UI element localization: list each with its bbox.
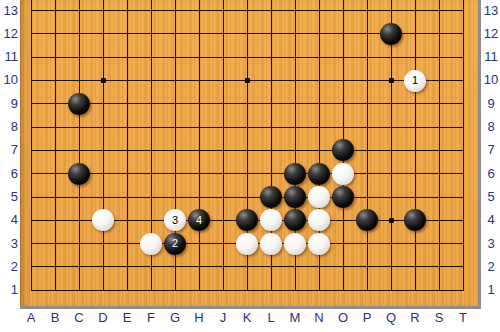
intersection-N10[interactable] — [307, 69, 331, 92]
intersection-L6[interactable] — [259, 162, 283, 185]
white-stone-G4: 3 — [164, 209, 186, 231]
intersection-O5[interactable] — [331, 185, 355, 208]
intersection-A1[interactable] — [19, 279, 43, 302]
intersection-K7[interactable] — [235, 139, 259, 162]
intersection-D6[interactable] — [91, 162, 115, 185]
column-label-H: H — [187, 309, 211, 327]
intersection-P8[interactable] — [355, 115, 379, 138]
intersection-J7[interactable] — [211, 139, 235, 162]
intersection-S4[interactable] — [427, 209, 451, 232]
intersection-L7[interactable] — [259, 139, 283, 162]
intersection-N9[interactable] — [307, 92, 331, 115]
intersection-P4[interactable] — [355, 209, 379, 232]
intersection-T3[interactable] — [451, 232, 475, 255]
intersection-N13[interactable] — [307, 0, 331, 22]
intersection-M9[interactable] — [283, 92, 307, 115]
intersection-S8[interactable] — [427, 115, 451, 138]
black-stone-K4 — [236, 209, 258, 231]
intersection-D12[interactable] — [91, 22, 115, 45]
column-label-N: N — [307, 309, 331, 327]
intersection-C9[interactable] — [67, 92, 91, 115]
intersection-O9[interactable] — [331, 92, 355, 115]
row-label-left-5: 5 — [1, 189, 18, 205]
intersection-F8[interactable] — [139, 115, 163, 138]
intersection-R9[interactable] — [403, 92, 427, 115]
intersection-A9[interactable] — [19, 92, 43, 115]
white-stone-D4 — [92, 209, 114, 231]
intersection-L13[interactable] — [259, 0, 283, 22]
intersection-H11[interactable] — [187, 46, 211, 69]
intersection-P10[interactable] — [355, 69, 379, 92]
intersection-B2[interactable] — [43, 255, 67, 278]
intersection-N1[interactable] — [307, 279, 331, 302]
star-point-K10 — [245, 78, 250, 83]
intersection-Q10[interactable] — [379, 69, 403, 92]
intersection-G10[interactable] — [163, 69, 187, 92]
intersection-T9[interactable] — [451, 92, 475, 115]
intersection-K2[interactable] — [235, 255, 259, 278]
intersection-A3[interactable] — [19, 232, 43, 255]
intersection-A10[interactable] — [19, 69, 43, 92]
intersection-E8[interactable] — [115, 115, 139, 138]
intersection-C13[interactable] — [67, 0, 91, 22]
intersection-G7[interactable] — [163, 139, 187, 162]
intersection-T11[interactable] — [451, 46, 475, 69]
intersection-R11[interactable] — [403, 46, 427, 69]
row-label-right-2: 2 — [483, 259, 499, 275]
intersection-G11[interactable] — [163, 46, 187, 69]
intersection-A6[interactable] — [19, 162, 43, 185]
white-stone-M3 — [284, 233, 306, 255]
intersection-O2[interactable] — [331, 255, 355, 278]
column-label-B: B — [43, 309, 67, 327]
intersection-Q13[interactable] — [379, 0, 403, 22]
intersection-E5[interactable] — [115, 185, 139, 208]
intersection-O6[interactable] — [331, 162, 355, 185]
intersection-B5[interactable] — [43, 185, 67, 208]
intersection-P5[interactable] — [355, 185, 379, 208]
column-label-Q: Q — [379, 309, 403, 327]
intersection-H10[interactable] — [187, 69, 211, 92]
intersection-A13[interactable] — [19, 0, 43, 22]
intersection-M6[interactable] — [283, 162, 307, 185]
column-label-P: P — [355, 309, 379, 327]
intersection-E6[interactable] — [115, 162, 139, 185]
column-label-K: K — [235, 309, 259, 327]
intersection-E2[interactable] — [115, 255, 139, 278]
intersection-M4[interactable] — [283, 209, 307, 232]
row-label-right-8: 8 — [483, 119, 499, 135]
black-stone-M4 — [284, 209, 306, 231]
intersection-T6[interactable] — [451, 162, 475, 185]
intersection-K12[interactable] — [235, 22, 259, 45]
intersection-E13[interactable] — [115, 0, 139, 22]
intersection-S2[interactable] — [427, 255, 451, 278]
row-label-left-6: 6 — [1, 166, 18, 182]
intersection-J2[interactable] — [211, 255, 235, 278]
row-label-right-5: 5 — [483, 189, 499, 205]
row-label-right-13: 13 — [483, 3, 499, 19]
intersection-L1[interactable] — [259, 279, 283, 302]
move-number-4: 4 — [196, 215, 202, 226]
intersection-J6[interactable] — [211, 162, 235, 185]
intersection-L12[interactable] — [259, 22, 283, 45]
intersection-R6[interactable] — [403, 162, 427, 185]
white-stone-K3 — [236, 233, 258, 255]
intersection-A2[interactable] — [19, 255, 43, 278]
intersection-H7[interactable] — [187, 139, 211, 162]
row-label-right-12: 12 — [483, 26, 499, 42]
intersection-F10[interactable] — [139, 69, 163, 92]
intersection-B11[interactable] — [43, 46, 67, 69]
row-label-right-6: 6 — [483, 166, 499, 182]
intersection-C8[interactable] — [67, 115, 91, 138]
intersection-B4[interactable] — [43, 209, 67, 232]
intersection-Q3[interactable] — [379, 232, 403, 255]
intersection-D4[interactable] — [91, 209, 115, 232]
white-stone-N3 — [308, 233, 330, 255]
intersection-D2[interactable] — [91, 255, 115, 278]
intersection-N6[interactable] — [307, 162, 331, 185]
intersection-A4[interactable] — [19, 209, 43, 232]
intersection-L9[interactable] — [259, 92, 283, 115]
intersection-R2[interactable] — [403, 255, 427, 278]
black-stone-R4 — [404, 209, 426, 231]
intersection-T10[interactable] — [451, 69, 475, 92]
intersection-L3[interactable] — [259, 232, 283, 255]
intersection-H9[interactable] — [187, 92, 211, 115]
black-stone-G3: 2 — [164, 233, 186, 255]
intersection-L11[interactable] — [259, 46, 283, 69]
intersection-M3[interactable] — [283, 232, 307, 255]
intersection-P2[interactable] — [355, 255, 379, 278]
row-label-left-12: 12 — [1, 26, 18, 42]
intersection-R8[interactable] — [403, 115, 427, 138]
intersection-E9[interactable] — [115, 92, 139, 115]
intersection-Q2[interactable] — [379, 255, 403, 278]
intersection-N12[interactable] — [307, 22, 331, 45]
intersection-K3[interactable] — [235, 232, 259, 255]
star-point-D10 — [101, 78, 106, 83]
intersection-F11[interactable] — [139, 46, 163, 69]
intersection-H13[interactable] — [187, 0, 211, 22]
intersection-F6[interactable] — [139, 162, 163, 185]
intersection-T2[interactable] — [451, 255, 475, 278]
intersection-F5[interactable] — [139, 185, 163, 208]
intersection-P1[interactable] — [355, 279, 379, 302]
row-label-right-4: 4 — [483, 212, 499, 228]
intersection-K9[interactable] — [235, 92, 259, 115]
intersection-C10[interactable] — [67, 69, 91, 92]
intersection-P13[interactable] — [355, 0, 379, 22]
intersection-B6[interactable] — [43, 162, 67, 185]
intersection-T8[interactable] — [451, 115, 475, 138]
intersection-N3[interactable] — [307, 232, 331, 255]
intersection-D5[interactable] — [91, 185, 115, 208]
intersection-B9[interactable] — [43, 92, 67, 115]
intersection-K4[interactable] — [235, 209, 259, 232]
intersection-J12[interactable] — [211, 22, 235, 45]
intersection-T5[interactable] — [451, 185, 475, 208]
intersection-O7[interactable] — [331, 139, 355, 162]
intersection-C7[interactable] — [67, 139, 91, 162]
black-stone-H4: 4 — [188, 209, 210, 231]
intersection-M1[interactable] — [283, 279, 307, 302]
intersection-O1[interactable] — [331, 279, 355, 302]
white-stone-O6 — [332, 163, 354, 185]
row-label-right-11: 11 — [483, 49, 499, 65]
intersection-E4[interactable] — [115, 209, 139, 232]
intersection-N4[interactable] — [307, 209, 331, 232]
intersection-O10[interactable] — [331, 69, 355, 92]
intersection-B13[interactable] — [43, 0, 67, 22]
intersection-P6[interactable] — [355, 162, 379, 185]
intersection-Q5[interactable] — [379, 185, 403, 208]
intersection-P7[interactable] — [355, 139, 379, 162]
intersection-K1[interactable] — [235, 279, 259, 302]
intersection-K5[interactable] — [235, 185, 259, 208]
row-label-right-7: 7 — [483, 142, 499, 158]
intersection-C11[interactable] — [67, 46, 91, 69]
intersection-S10[interactable] — [427, 69, 451, 92]
black-stone-P4 — [356, 209, 378, 231]
intersection-O13[interactable] — [331, 0, 355, 22]
intersection-F1[interactable] — [139, 279, 163, 302]
intersection-K13[interactable] — [235, 0, 259, 22]
row-label-right-10: 10 — [483, 72, 499, 88]
column-label-M: M — [283, 309, 307, 327]
intersection-Q7[interactable] — [379, 139, 403, 162]
intersection-Q6[interactable] — [379, 162, 403, 185]
intersection-A7[interactable] — [19, 139, 43, 162]
intersection-Q11[interactable] — [379, 46, 403, 69]
intersection-T7[interactable] — [451, 139, 475, 162]
intersection-R7[interactable] — [403, 139, 427, 162]
intersection-R12[interactable] — [403, 22, 427, 45]
row-label-left-11: 11 — [1, 49, 18, 65]
intersection-L2[interactable] — [259, 255, 283, 278]
intersection-O12[interactable] — [331, 22, 355, 45]
intersection-E12[interactable] — [115, 22, 139, 45]
intersection-E10[interactable] — [115, 69, 139, 92]
intersection-G4[interactable]: 3 — [163, 209, 187, 232]
intersection-D10[interactable] — [91, 69, 115, 92]
intersection-P11[interactable] — [355, 46, 379, 69]
intersection-O8[interactable] — [331, 115, 355, 138]
column-label-G: G — [163, 309, 187, 327]
black-stone-N6 — [308, 163, 330, 185]
intersection-J11[interactable] — [211, 46, 235, 69]
intersection-B3[interactable] — [43, 232, 67, 255]
intersection-N5[interactable] — [307, 185, 331, 208]
row-label-left-1: 1 — [1, 282, 18, 298]
intersection-F3[interactable] — [139, 232, 163, 255]
intersection-L4[interactable] — [259, 209, 283, 232]
intersection-Q4[interactable] — [379, 209, 403, 232]
intersection-D7[interactable] — [91, 139, 115, 162]
intersection-J10[interactable] — [211, 69, 235, 92]
intersection-K10[interactable] — [235, 69, 259, 92]
intersection-H6[interactable] — [187, 162, 211, 185]
intersection-G8[interactable] — [163, 115, 187, 138]
intersection-N7[interactable] — [307, 139, 331, 162]
intersection-H4[interactable]: 4 — [187, 209, 211, 232]
intersection-G5[interactable] — [163, 185, 187, 208]
intersection-B7[interactable] — [43, 139, 67, 162]
intersection-K8[interactable] — [235, 115, 259, 138]
intersection-C4[interactable] — [67, 209, 91, 232]
intersection-O11[interactable] — [331, 46, 355, 69]
intersection-K11[interactable] — [235, 46, 259, 69]
intersection-H1[interactable] — [187, 279, 211, 302]
intersection-M10[interactable] — [283, 69, 307, 92]
intersection-S6[interactable] — [427, 162, 451, 185]
intersection-H5[interactable] — [187, 185, 211, 208]
intersection-K6[interactable] — [235, 162, 259, 185]
intersection-Q8[interactable] — [379, 115, 403, 138]
intersection-E11[interactable] — [115, 46, 139, 69]
intersection-G9[interactable] — [163, 92, 187, 115]
intersection-J8[interactable] — [211, 115, 235, 138]
intersection-E3[interactable] — [115, 232, 139, 255]
intersection-Q12[interactable] — [379, 22, 403, 45]
intersection-C6[interactable] — [67, 162, 91, 185]
intersection-T13[interactable] — [451, 0, 475, 22]
black-stone-C6 — [68, 163, 90, 185]
intersection-R5[interactable] — [403, 185, 427, 208]
intersection-M13[interactable] — [283, 0, 307, 22]
intersection-C3[interactable] — [67, 232, 91, 255]
intersection-L5[interactable] — [259, 185, 283, 208]
intersection-F7[interactable] — [139, 139, 163, 162]
column-label-L: L — [259, 309, 283, 327]
intersection-N8[interactable] — [307, 115, 331, 138]
intersection-L10[interactable] — [259, 69, 283, 92]
intersection-A5[interactable] — [19, 185, 43, 208]
intersection-D11[interactable] — [91, 46, 115, 69]
intersection-G13[interactable] — [163, 0, 187, 22]
intersection-S11[interactable] — [427, 46, 451, 69]
intersection-J5[interactable] — [211, 185, 235, 208]
intersection-G3[interactable]: 2 — [163, 232, 187, 255]
intersection-B10[interactable] — [43, 69, 67, 92]
intersection-F2[interactable] — [139, 255, 163, 278]
move-number-2: 2 — [172, 238, 178, 249]
column-label-R: R — [403, 309, 427, 327]
intersection-B8[interactable] — [43, 115, 67, 138]
intersection-H2[interactable] — [187, 255, 211, 278]
intersection-R4[interactable] — [403, 209, 427, 232]
column-label-J: J — [211, 309, 235, 327]
intersection-M7[interactable] — [283, 139, 307, 162]
intersection-D3[interactable] — [91, 232, 115, 255]
intersection-R10[interactable]: 1 — [403, 69, 427, 92]
intersection-T1[interactable] — [451, 279, 475, 302]
intersection-J3[interactable] — [211, 232, 235, 255]
intersection-Q1[interactable] — [379, 279, 403, 302]
intersection-F12[interactable] — [139, 22, 163, 45]
intersection-L8[interactable] — [259, 115, 283, 138]
row-label-left-8: 8 — [1, 119, 18, 135]
move-number-1: 1 — [412, 75, 418, 86]
intersection-S13[interactable] — [427, 0, 451, 22]
intersection-S3[interactable] — [427, 232, 451, 255]
intersection-J4[interactable] — [211, 209, 235, 232]
intersection-G6[interactable] — [163, 162, 187, 185]
white-stone-F3 — [140, 233, 162, 255]
intersection-N11[interactable] — [307, 46, 331, 69]
intersection-S1[interactable] — [427, 279, 451, 302]
intersection-H8[interactable] — [187, 115, 211, 138]
intersection-M11[interactable] — [283, 46, 307, 69]
intersection-G2[interactable] — [163, 255, 187, 278]
intersection-R13[interactable] — [403, 0, 427, 22]
intersection-G12[interactable] — [163, 22, 187, 45]
intersection-C12[interactable] — [67, 22, 91, 45]
intersection-B1[interactable] — [43, 279, 67, 302]
intersection-F4[interactable] — [139, 209, 163, 232]
intersection-P3[interactable] — [355, 232, 379, 255]
intersection-F9[interactable] — [139, 92, 163, 115]
row-label-left-10: 10 — [1, 72, 18, 88]
intersection-A11[interactable] — [19, 46, 43, 69]
intersection-R1[interactable] — [403, 279, 427, 302]
intersection-N2[interactable] — [307, 255, 331, 278]
intersection-O3[interactable] — [331, 232, 355, 255]
intersection-C2[interactable] — [67, 255, 91, 278]
intersection-J1[interactable] — [211, 279, 235, 302]
intersection-H3[interactable] — [187, 232, 211, 255]
intersection-S7[interactable] — [427, 139, 451, 162]
intersection-P12[interactable] — [355, 22, 379, 45]
intersection-A12[interactable] — [19, 22, 43, 45]
intersection-D1[interactable] — [91, 279, 115, 302]
intersection-B12[interactable] — [43, 22, 67, 45]
white-stone-N5 — [308, 186, 330, 208]
intersection-D9[interactable] — [91, 92, 115, 115]
intersection-C5[interactable] — [67, 185, 91, 208]
row-label-left-13: 13 — [1, 3, 18, 19]
intersection-D13[interactable] — [91, 0, 115, 22]
intersection-M12[interactable] — [283, 22, 307, 45]
intersection-E1[interactable] — [115, 279, 139, 302]
intersection-R3[interactable] — [403, 232, 427, 255]
intersection-S12[interactable] — [427, 22, 451, 45]
intersection-M5[interactable] — [283, 185, 307, 208]
intersection-Q9[interactable] — [379, 92, 403, 115]
intersection-F13[interactable] — [139, 0, 163, 22]
intersection-G1[interactable] — [163, 279, 187, 302]
row-label-right-3: 3 — [483, 236, 499, 252]
intersection-D8[interactable] — [91, 115, 115, 138]
intersection-J13[interactable] — [211, 0, 235, 22]
intersection-M2[interactable] — [283, 255, 307, 278]
intersection-C1[interactable] — [67, 279, 91, 302]
intersection-O4[interactable] — [331, 209, 355, 232]
intersection-P9[interactable] — [355, 92, 379, 115]
intersection-A8[interactable] — [19, 115, 43, 138]
intersection-M8[interactable] — [283, 115, 307, 138]
intersection-E7[interactable] — [115, 139, 139, 162]
intersection-T12[interactable] — [451, 22, 475, 45]
column-label-F: F — [139, 309, 163, 327]
intersection-S5[interactable] — [427, 185, 451, 208]
intersection-S9[interactable] — [427, 92, 451, 115]
intersection-J9[interactable] — [211, 92, 235, 115]
column-label-C: C — [67, 309, 91, 327]
intersection-T4[interactable] — [451, 209, 475, 232]
intersection-H12[interactable] — [187, 22, 211, 45]
